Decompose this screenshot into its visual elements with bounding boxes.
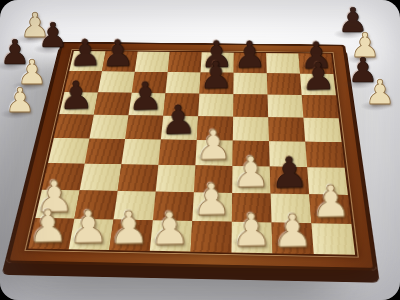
board-grid: ♟♟♟♟♟♟♟♟♟♟♟♟♟♟♟♟♟♟♟♟♟♟ <box>28 51 355 255</box>
square-d7[interactable] <box>165 72 200 94</box>
square-g1[interactable]: ♟ <box>272 222 314 254</box>
white-pawn-h2[interactable]: ♟ <box>311 179 352 224</box>
black-pawn-b8[interactable]: ♟ <box>101 35 135 72</box>
square-d4[interactable] <box>158 140 196 166</box>
square-a4[interactable] <box>48 138 89 164</box>
square-h5[interactable] <box>303 118 341 143</box>
square-c8[interactable] <box>135 52 170 72</box>
square-g7[interactable] <box>267 73 302 95</box>
black-pawn-h7[interactable]: ♟ <box>301 57 336 96</box>
square-b3[interactable] <box>80 164 122 191</box>
square-g3[interactable]: ♟ <box>270 167 309 195</box>
white-pawn-d1[interactable]: ♟ <box>149 205 191 251</box>
square-c3[interactable] <box>118 164 159 191</box>
black-pawn-a8[interactable]: ♟ <box>68 34 102 71</box>
square-h2[interactable]: ♟ <box>309 194 351 224</box>
square-f3[interactable]: ♟ <box>232 166 270 194</box>
white-pawn-c1[interactable]: ♟ <box>108 205 150 251</box>
square-b5[interactable] <box>89 115 128 139</box>
square-h6[interactable] <box>302 95 339 118</box>
square-h1[interactable] <box>311 223 355 255</box>
square-f8[interactable]: ♟ <box>234 53 267 74</box>
offboard-white-pawn-right-4: ♟ <box>365 75 395 109</box>
square-d8[interactable] <box>168 52 202 72</box>
black-pawn-c6[interactable]: ♟ <box>128 76 164 115</box>
square-h4[interactable] <box>305 142 344 168</box>
square-e2[interactable]: ♟ <box>192 192 232 221</box>
black-pawn-f8[interactable]: ♟ <box>233 36 267 73</box>
square-b1[interactable]: ♟ <box>69 219 114 250</box>
black-pawn-d5[interactable]: ♟ <box>160 99 197 140</box>
square-a5[interactable] <box>54 114 94 138</box>
square-d1[interactable]: ♟ <box>150 220 192 251</box>
square-a8[interactable]: ♟ <box>69 51 105 71</box>
square-g6[interactable] <box>267 95 303 118</box>
square-f7[interactable] <box>233 73 267 95</box>
square-b6[interactable] <box>94 92 132 115</box>
square-h7[interactable]: ♟ <box>300 74 336 96</box>
square-g5[interactable] <box>268 117 305 141</box>
white-pawn-f1[interactable]: ♟ <box>231 207 273 253</box>
square-f5[interactable] <box>233 117 269 141</box>
white-pawn-e2[interactable]: ♟ <box>191 177 231 222</box>
black-pawn-g3[interactable]: ♟ <box>270 151 309 195</box>
white-pawn-a1[interactable]: ♟ <box>27 203 68 249</box>
square-d5[interactable]: ♟ <box>161 116 198 140</box>
scene-photo: ♟♟♟♟♟♟♟♟♟♟♟♟♟♟♟♟♟♟♟♟♟♟ ♟♟♟♟♟♟♟♟♟ <box>0 0 400 300</box>
square-f1[interactable]: ♟ <box>231 222 272 254</box>
white-pawn-f3[interactable]: ♟ <box>231 150 270 193</box>
square-b4[interactable] <box>85 138 125 164</box>
square-d3[interactable] <box>156 165 196 193</box>
square-c5[interactable] <box>125 115 163 139</box>
square-c1[interactable]: ♟ <box>109 220 153 251</box>
chess-board: ♟♟♟♟♟♟♟♟♟♟♟♟♟♟♟♟♟♟♟♟♟♟ <box>6 42 377 271</box>
square-e4[interactable]: ♟ <box>195 140 232 166</box>
square-a6[interactable]: ♟ <box>59 92 98 115</box>
offboard-black-pawn-left-2: ♟ <box>38 18 68 52</box>
white-pawn-b1[interactable]: ♟ <box>68 204 109 250</box>
square-e7[interactable]: ♟ <box>199 72 233 94</box>
square-b8[interactable]: ♟ <box>102 51 138 71</box>
black-pawn-e7[interactable]: ♟ <box>199 56 234 94</box>
square-e6[interactable] <box>198 94 233 117</box>
square-e1[interactable] <box>191 221 232 252</box>
black-pawn-a6[interactable]: ♟ <box>58 76 93 115</box>
offboard-white-pawn-left-5: ♟ <box>5 83 35 117</box>
white-pawn-g1[interactable]: ♟ <box>272 208 314 254</box>
square-c4[interactable] <box>121 139 160 165</box>
white-pawn-e4[interactable]: ♟ <box>195 124 233 166</box>
square-g8[interactable] <box>266 53 300 74</box>
square-f6[interactable] <box>233 94 268 117</box>
